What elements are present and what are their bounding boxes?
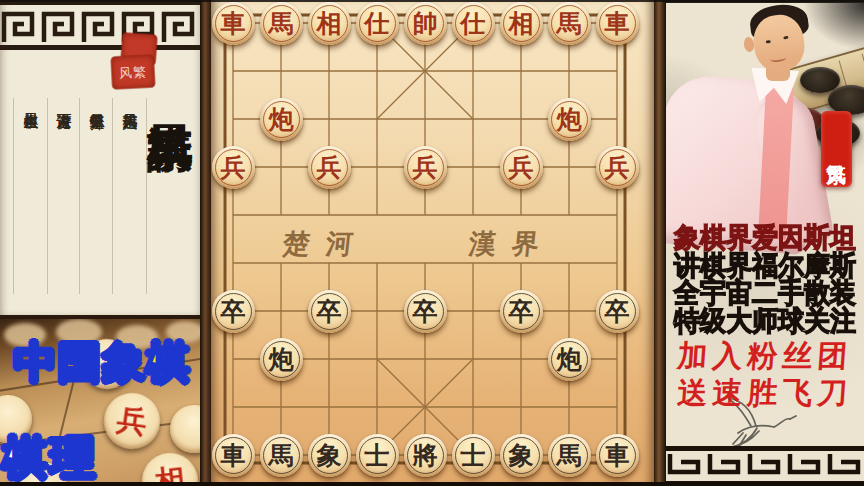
piece-black-卒: 卒 [596,290,639,333]
piece-black-車: 車 [212,434,255,477]
seal-text: 风繁 [119,64,148,80]
column-rule [13,98,14,294]
piece-red-兵: 兵 [404,146,447,189]
piece-black-卒: 卒 [404,290,447,333]
piece-black-炮: 炮 [548,338,591,381]
piece-red-仕: 仕 [356,2,399,45]
piece-black-將: 將 [404,434,447,477]
frame-edge-top [0,0,864,2]
photo-piece: 兵 [100,389,163,452]
xiangqi-board: 楚河 漢界 車馬相仕帥仕相馬車炮炮兵兵兵兵兵卒卒卒卒卒炮炮車馬象士將士象馬車 [211,0,654,486]
piece-black-士: 士 [356,434,399,477]
piece-red-仕: 仕 [452,2,495,45]
intro-text-block: 象棋界爱因斯坦讲棋界福尔摩斯全宇宙二手散装特级大师球关注 [666,225,864,335]
cta-line: 送速胜飞刀 [666,374,864,411]
piece-red-馬: 馬 [548,2,591,45]
calligraphy-paper: 风繁 風繁講棋 风起萍末诗入棋繁星似子弈中迷讲评论道万人赏棋中日月人生趣 [0,0,200,315]
photo-overlay-title: 中国象棋 [6,334,198,392]
intro-line: 象棋界爱因斯坦 [666,224,864,253]
piece-black-馬: 馬 [260,434,303,477]
piece-red-車: 車 [212,2,255,45]
right-presenter-panel: 界 风繁 象棋界爱因斯坦讲棋界福尔摩斯全宇宙二手散装特级大师球关注 加入粉丝团送… [666,0,864,486]
piece-red-炮: 炮 [548,98,591,141]
photo-piece-char: 兵 [114,399,149,444]
photo-piece [170,405,200,453]
red-seal-lower: 风繁 [111,55,155,89]
intro-line: 特级大师球关注 [666,307,864,336]
piece-black-卒: 卒 [308,290,351,333]
column-rule [112,98,113,294]
panel-divider-right [654,0,666,486]
photo-overlay-subtitle: 棋理 [2,428,98,486]
piece-red-馬: 馬 [260,2,303,45]
piece-black-卒: 卒 [212,290,255,333]
piece-red-兵: 兵 [308,146,351,189]
piece-black-象: 象 [500,434,543,477]
channel-badge: 风繁 [821,111,852,187]
fret-border-top [0,0,200,50]
left-calligraphy-panel: 风繁 風繁講棋 风起萍末诗入棋繁星似子弈中迷讲评论道万人赏棋中日月人生趣 兵 [0,0,200,486]
photo-piece: 相 [139,450,200,486]
column-rule [146,98,147,294]
frame-edge-bottom [0,482,864,486]
piece-red-車: 車 [596,2,639,45]
piece-red-兵: 兵 [500,146,543,189]
piece-black-卒: 卒 [500,290,543,333]
piece-black-象: 象 [308,434,351,477]
piece-red-兵: 兵 [212,146,255,189]
board-pieces-grid: 車馬相仕帥仕相馬車炮炮兵兵兵兵兵卒卒卒卒卒炮炮車馬象士將士象馬車 [209,0,641,479]
fret-border-bottom [666,446,864,486]
intro-line: 全宇宙二手散装 [666,279,864,308]
video-frame: 风繁 風繁講棋 风起萍末诗入棋繁星似子弈中迷讲评论道万人赏棋中日月人生趣 兵 [0,0,864,486]
cta-text-block: 加入粉丝团送速胜飞刀 [666,337,864,411]
channel-title-calligraphy: 風繁講棋 [144,88,196,308]
piece-red-兵: 兵 [596,146,639,189]
piece-red-相: 相 [308,2,351,45]
piece-black-馬: 馬 [548,434,591,477]
piece-black-士: 士 [452,434,495,477]
piece-black-車: 車 [596,434,639,477]
column-rule [79,98,80,294]
piece-red-相: 相 [500,2,543,45]
column-rule [47,98,48,294]
piece-red-炮: 炮 [260,98,303,141]
piece-black-炮: 炮 [260,338,303,381]
piece-red-帥: 帥 [404,2,447,45]
cta-line: 加入粉丝团 [666,337,864,374]
